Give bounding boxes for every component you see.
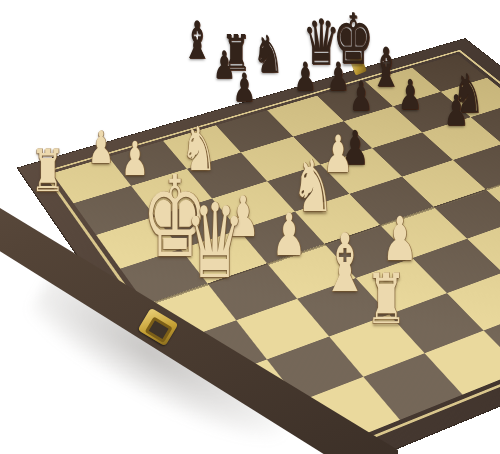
piece-white-pawn-e4[interactable]: ♟	[272, 206, 307, 264]
piece-white-rook-a8[interactable]: ♜	[31, 142, 66, 200]
product-photo-stage: ♝♛♚♜♞♟♝♟♟♟♟♟♞♟♟♟♞♟♟♜♞♟♟♟♚♛♝♜	[0, 0, 500, 454]
piece-white-queen-d4[interactable]: ♛	[184, 191, 245, 294]
piece-black-knight-e8[interactable]: ♞	[253, 28, 284, 80]
piece-black-pawn-e7[interactable]: ♟	[293, 57, 316, 96]
piece-black-bishop-c8[interactable]: ♝	[182, 14, 213, 66]
piece-white-bishop-e3[interactable]: ♝	[321, 222, 369, 303]
piece-white-rook-f3[interactable]: ♜	[365, 265, 406, 334]
piece-black-pawn-f6[interactable]: ♟	[349, 76, 373, 116]
piece-black-pawn-d6[interactable]: ♟	[232, 68, 255, 107]
piece-white-pawn-b7[interactable]: ♟	[88, 125, 115, 170]
piece-black-pawn-h6[interactable]: ♟	[443, 89, 468, 132]
piece-black-pawn-f7[interactable]: ♟	[326, 57, 349, 96]
piece-black-pawn-g6[interactable]: ♟	[398, 74, 423, 115]
